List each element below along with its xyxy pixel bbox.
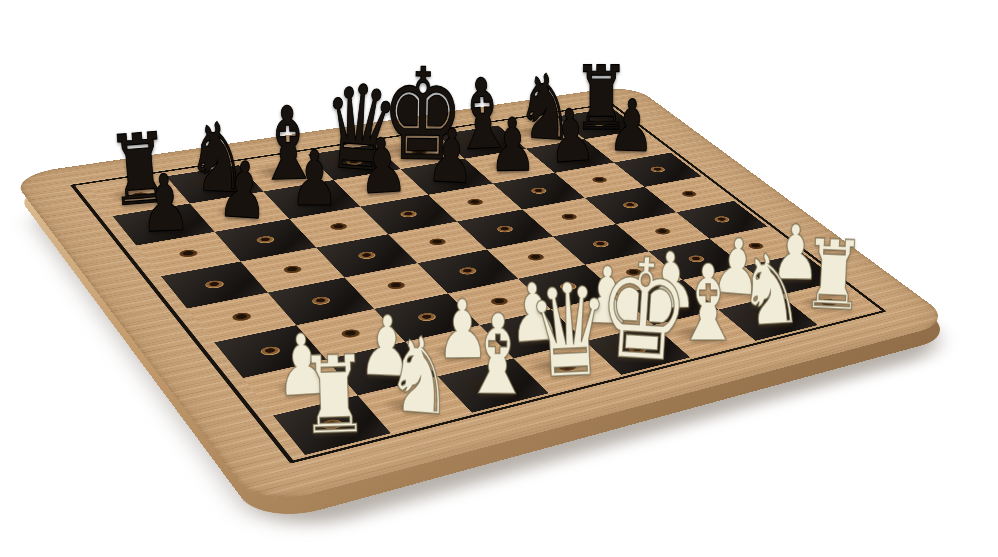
peg-hole	[203, 279, 226, 289]
peg-hole	[529, 187, 549, 195]
peg-hole	[398, 210, 419, 219]
peg-hole	[427, 237, 448, 246]
peg-hole	[680, 190, 699, 198]
peg-hole	[328, 222, 349, 231]
peg-hole	[309, 296, 332, 306]
piece-white-knight-b1[interactable]: ♞	[383, 321, 459, 431]
piece-black-pawn-a7[interactable]: ♟	[138, 163, 193, 244]
piece-black-pawn-h7[interactable]: ♟	[607, 91, 655, 164]
peg-hole	[621, 201, 641, 209]
piece-black-pawn-g7[interactable]: ♟	[545, 99, 597, 175]
peg-hole	[281, 265, 304, 275]
piece-black-pawn-b7[interactable]: ♟	[216, 151, 271, 231]
peg-hole	[457, 266, 479, 276]
peg-hole	[385, 281, 407, 291]
chess-set-photo-scene: ♜♞♝♛♚♝♞♜♟♟♟♟♟♟♟♟♟♟♟♟♟♟♟♟♜♞♝♛♚♝♞♜	[0, 0, 998, 557]
piece-white-queen-d1[interactable]: ♛	[525, 266, 614, 398]
peg-hole	[590, 176, 609, 184]
peg-hole	[495, 225, 516, 234]
piece-white-rook-a1[interactable]: ♜	[298, 342, 371, 451]
peg-hole	[230, 311, 254, 322]
peg-hole	[356, 251, 378, 260]
peg-hole	[559, 213, 579, 221]
piece-black-pawn-e7[interactable]: ♟	[425, 118, 477, 194]
piece-black-pawn-d7[interactable]: ♟	[355, 129, 408, 207]
piece-white-bishop-c1[interactable]: ♝	[460, 299, 534, 411]
piece-black-pawn-f7[interactable]: ♟	[488, 109, 537, 183]
peg-hole	[177, 249, 200, 259]
piece-black-pawn-c7[interactable]: ♟	[290, 141, 339, 217]
piece-white-knight-g1[interactable]: ♞	[735, 241, 804, 342]
piece-white-rook-h1[interactable]: ♜	[800, 227, 867, 326]
